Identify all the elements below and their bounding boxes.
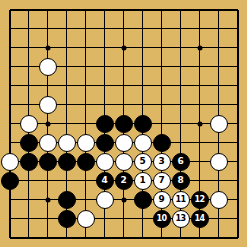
grid-line <box>104 95 105 114</box>
white-stone: 5 <box>134 153 152 171</box>
intersection[interactable] <box>190 95 209 114</box>
grid-line <box>9 19 11 38</box>
intersection[interactable] <box>114 209 133 228</box>
grid-line <box>9 228 11 238</box>
intersection[interactable] <box>171 19 190 38</box>
grid-line <box>85 190 86 209</box>
grid-line <box>66 10 67 20</box>
intersection[interactable] <box>190 152 209 171</box>
grid-line <box>10 199 20 200</box>
grid-line <box>10 218 20 219</box>
intersection[interactable] <box>76 171 95 190</box>
intersection[interactable]: 12 <box>190 190 209 209</box>
intersection[interactable] <box>95 114 114 133</box>
grid-line <box>180 228 181 238</box>
grid-line <box>199 57 200 76</box>
move-number: 13 <box>175 215 185 223</box>
grid-line <box>199 171 200 190</box>
intersection[interactable] <box>76 209 95 228</box>
intersection[interactable]: 11 <box>171 190 190 209</box>
black-stone <box>134 191 152 209</box>
intersection[interactable] <box>57 38 76 57</box>
grid-line <box>47 19 48 38</box>
intersection[interactable] <box>95 57 114 76</box>
intersection[interactable] <box>0 209 19 228</box>
white-stone <box>210 115 228 133</box>
grid-line <box>180 10 181 20</box>
grid-line <box>142 38 143 57</box>
intersection[interactable] <box>0 133 19 152</box>
intersection[interactable] <box>38 152 57 171</box>
white-stone: 3 <box>153 153 171 171</box>
white-stone <box>210 191 228 209</box>
intersection[interactable] <box>190 57 209 76</box>
grid-line <box>28 95 29 114</box>
grid-line <box>161 38 162 57</box>
intersection[interactable] <box>228 19 247 38</box>
grid-line <box>161 76 162 95</box>
intersection[interactable] <box>171 57 190 76</box>
grid-line <box>85 10 86 20</box>
grid-line <box>85 114 86 133</box>
intersection[interactable] <box>57 228 76 247</box>
intersection[interactable]: 9 <box>152 190 171 209</box>
intersection[interactable] <box>133 209 152 228</box>
black-stone <box>58 191 76 209</box>
black-stone: 10 <box>153 210 171 228</box>
grid-line <box>237 171 239 190</box>
intersection[interactable] <box>19 209 38 228</box>
star-point-icon <box>45 121 50 126</box>
intersection[interactable] <box>76 228 95 247</box>
grid-line <box>123 57 124 76</box>
star-point-icon <box>121 45 126 50</box>
intersection[interactable] <box>76 152 95 171</box>
intersection[interactable] <box>152 38 171 57</box>
intersection[interactable] <box>57 57 76 76</box>
grid-line <box>180 57 181 76</box>
grid-line <box>218 133 219 152</box>
white-stone <box>77 134 95 152</box>
intersection[interactable] <box>114 228 133 247</box>
intersection[interactable]: 7 <box>152 171 171 190</box>
grid-line <box>85 171 86 190</box>
intersection[interactable] <box>190 171 209 190</box>
intersection[interactable] <box>114 0 133 19</box>
black-stone <box>58 153 76 171</box>
white-stone: 1 <box>134 172 152 190</box>
intersection[interactable] <box>152 228 171 247</box>
white-stone <box>210 153 228 171</box>
grid-line <box>85 95 86 114</box>
intersection[interactable] <box>190 76 209 95</box>
intersection[interactable] <box>114 19 133 38</box>
grid-line <box>142 209 143 228</box>
grid-line <box>66 95 67 114</box>
grid-line <box>237 190 239 209</box>
intersection[interactable] <box>95 209 114 228</box>
intersection[interactable] <box>38 38 57 57</box>
grid-line <box>28 209 29 228</box>
intersection[interactable] <box>114 152 133 171</box>
white-stone <box>1 153 19 171</box>
grid-line <box>47 76 48 95</box>
intersection[interactable] <box>57 171 76 190</box>
intersection[interactable] <box>209 209 228 228</box>
intersection[interactable] <box>133 38 152 57</box>
black-stone <box>153 134 171 152</box>
intersection[interactable] <box>57 190 76 209</box>
intersection[interactable] <box>76 114 95 133</box>
white-stone <box>58 134 76 152</box>
intersection[interactable] <box>95 0 114 19</box>
star-point-icon <box>197 45 202 50</box>
intersection[interactable] <box>57 114 76 133</box>
intersection[interactable] <box>133 95 152 114</box>
intersection[interactable] <box>38 228 57 247</box>
intersection[interactable] <box>0 0 19 19</box>
grid-line <box>161 10 162 20</box>
black-stone: 4 <box>96 172 114 190</box>
intersection[interactable] <box>95 152 114 171</box>
intersection[interactable] <box>228 190 247 209</box>
intersection[interactable] <box>19 76 38 95</box>
intersection[interactable] <box>171 76 190 95</box>
grid-line <box>9 38 11 57</box>
grid-line <box>66 38 67 57</box>
grid-line <box>9 95 11 114</box>
grid-line <box>47 171 48 190</box>
grid-line <box>10 237 20 239</box>
intersection[interactable] <box>38 171 57 190</box>
intersection[interactable] <box>209 38 228 57</box>
grid-line <box>9 209 11 228</box>
intersection[interactable] <box>171 133 190 152</box>
grid-line <box>161 228 162 238</box>
grid-line <box>161 19 162 38</box>
grid-line <box>218 19 219 38</box>
grid-line <box>218 57 219 76</box>
move-number: 2 <box>121 176 127 185</box>
grid-line <box>66 76 67 95</box>
grid-line <box>123 95 124 114</box>
intersection[interactable] <box>190 0 209 19</box>
intersection[interactable] <box>133 228 152 247</box>
white-stone <box>20 115 38 133</box>
intersection[interactable] <box>228 0 247 19</box>
intersection[interactable] <box>76 133 95 152</box>
intersection[interactable] <box>209 133 228 152</box>
grid-line <box>237 152 239 171</box>
intersection[interactable] <box>95 38 114 57</box>
intersection[interactable] <box>114 76 133 95</box>
intersection[interactable] <box>76 19 95 38</box>
intersection[interactable] <box>57 76 76 95</box>
grid-line <box>10 85 20 86</box>
intersection[interactable] <box>76 95 95 114</box>
intersection[interactable]: 10 <box>152 209 171 228</box>
intersection[interactable] <box>19 114 38 133</box>
star-point-icon <box>121 197 126 202</box>
white-stone: 13 <box>172 210 190 228</box>
grid-line <box>9 114 11 133</box>
move-number: 10 <box>156 215 166 223</box>
intersection[interactable]: 6 <box>171 152 190 171</box>
grid-line <box>85 76 86 95</box>
intersection[interactable] <box>190 133 209 152</box>
intersection[interactable] <box>38 0 57 19</box>
intersection[interactable] <box>38 76 57 95</box>
intersection[interactable] <box>152 133 171 152</box>
intersection[interactable] <box>0 190 19 209</box>
intersection[interactable] <box>114 133 133 152</box>
intersection[interactable] <box>38 57 57 76</box>
intersection[interactable] <box>95 228 114 247</box>
intersection[interactable] <box>76 190 95 209</box>
white-stone: 7 <box>153 172 171 190</box>
intersection[interactable] <box>114 190 133 209</box>
intersection[interactable] <box>152 76 171 95</box>
intersection[interactable] <box>0 114 19 133</box>
white-stone <box>96 191 114 209</box>
grid-line <box>66 228 67 238</box>
white-stone <box>39 96 57 114</box>
intersection[interactable] <box>171 38 190 57</box>
grid-line <box>104 19 105 38</box>
intersection[interactable] <box>228 209 247 228</box>
intersection[interactable] <box>133 190 152 209</box>
intersection[interactable]: 13 <box>171 209 190 228</box>
grid-line <box>123 209 124 228</box>
grid-line <box>180 19 181 38</box>
intersection[interactable] <box>228 152 247 171</box>
grid-line <box>161 57 162 76</box>
move-number: 8 <box>178 176 184 185</box>
intersection[interactable] <box>209 76 228 95</box>
intersection[interactable] <box>228 76 247 95</box>
intersection[interactable] <box>95 95 114 114</box>
intersection[interactable]: 3 <box>152 152 171 171</box>
grid-line <box>142 76 143 95</box>
grid-line <box>10 142 20 143</box>
grid-line <box>66 57 67 76</box>
intersection[interactable] <box>57 19 76 38</box>
intersection[interactable] <box>171 0 190 19</box>
intersection[interactable] <box>19 190 38 209</box>
intersection[interactable] <box>133 57 152 76</box>
grid-line <box>85 57 86 76</box>
intersection[interactable] <box>133 133 152 152</box>
intersection[interactable] <box>76 76 95 95</box>
grid-line <box>47 209 48 228</box>
intersection[interactable] <box>228 114 247 133</box>
intersection[interactable] <box>209 19 228 38</box>
intersection[interactable] <box>152 0 171 19</box>
intersection[interactable] <box>133 0 152 19</box>
intersection[interactable] <box>95 19 114 38</box>
grid-line <box>218 38 219 57</box>
intersection[interactable] <box>19 57 38 76</box>
intersection[interactable] <box>95 133 114 152</box>
intersection[interactable] <box>0 57 19 76</box>
black-stone <box>1 172 19 190</box>
intersection[interactable] <box>133 76 152 95</box>
intersection[interactable] <box>209 171 228 190</box>
grid-line <box>237 228 239 238</box>
grid-line <box>104 209 105 228</box>
grid-line <box>237 209 239 228</box>
move-number: 14 <box>194 215 204 223</box>
intersection[interactable]: 14 <box>190 209 209 228</box>
intersection[interactable] <box>19 38 38 57</box>
intersection[interactable] <box>38 190 57 209</box>
intersection[interactable] <box>19 171 38 190</box>
intersection[interactable] <box>57 0 76 19</box>
intersection[interactable]: 8 <box>171 171 190 190</box>
intersection[interactable] <box>209 114 228 133</box>
intersection[interactable] <box>209 152 228 171</box>
intersection[interactable] <box>38 114 57 133</box>
grid-line <box>10 123 20 124</box>
white-stone <box>96 153 114 171</box>
intersection[interactable] <box>19 0 38 19</box>
intersection[interactable] <box>0 19 19 38</box>
grid-line <box>85 19 86 38</box>
black-stone <box>20 153 38 171</box>
intersection[interactable] <box>190 19 209 38</box>
intersection[interactable] <box>114 57 133 76</box>
intersection[interactable] <box>209 95 228 114</box>
intersection[interactable] <box>76 57 95 76</box>
grid-line <box>142 10 143 20</box>
intersection[interactable] <box>114 38 133 57</box>
grid-line <box>123 228 124 238</box>
move-number: 7 <box>159 176 165 185</box>
grid-line <box>142 57 143 76</box>
intersection[interactable] <box>76 0 95 19</box>
intersection[interactable] <box>228 133 247 152</box>
grid-line <box>28 228 29 238</box>
white-stone <box>134 134 152 152</box>
intersection[interactable] <box>19 228 38 247</box>
grid-line <box>199 228 200 238</box>
intersection[interactable] <box>171 95 190 114</box>
intersection[interactable] <box>95 76 114 95</box>
intersection[interactable] <box>38 19 57 38</box>
intersection[interactable] <box>152 114 171 133</box>
grid-line <box>104 38 105 57</box>
intersection[interactable] <box>57 152 76 171</box>
intersection[interactable] <box>38 95 57 114</box>
intersection[interactable]: 4 <box>95 171 114 190</box>
intersection[interactable] <box>190 228 209 247</box>
intersection[interactable] <box>209 57 228 76</box>
intersection[interactable] <box>190 114 209 133</box>
intersection[interactable] <box>19 152 38 171</box>
star-point-icon <box>45 197 50 202</box>
grid-line <box>142 95 143 114</box>
intersection[interactable] <box>133 114 152 133</box>
intersection[interactable] <box>0 228 19 247</box>
intersection[interactable] <box>133 19 152 38</box>
grid-line <box>237 19 239 38</box>
grid-line <box>10 47 20 48</box>
intersection[interactable] <box>209 228 228 247</box>
black-stone <box>39 153 57 171</box>
intersection[interactable] <box>152 57 171 76</box>
grid-line <box>85 38 86 57</box>
black-stone: 14 <box>191 210 209 228</box>
intersection[interactable] <box>19 133 38 152</box>
intersection[interactable] <box>57 95 76 114</box>
intersection[interactable] <box>19 19 38 38</box>
star-point-icon <box>197 121 202 126</box>
grid-line <box>28 57 29 76</box>
intersection[interactable] <box>228 171 247 190</box>
black-stone: 8 <box>172 172 190 190</box>
intersection[interactable] <box>114 114 133 133</box>
grid-line <box>66 114 67 133</box>
white-stone <box>39 134 57 152</box>
grid-line <box>28 76 29 95</box>
intersection[interactable] <box>0 38 19 57</box>
intersection[interactable] <box>0 152 19 171</box>
intersection[interactable] <box>228 95 247 114</box>
intersection[interactable] <box>171 114 190 133</box>
intersection[interactable] <box>19 95 38 114</box>
intersection[interactable]: 2 <box>114 171 133 190</box>
grid-line <box>9 10 11 20</box>
intersection[interactable] <box>0 95 19 114</box>
intersection[interactable] <box>57 133 76 152</box>
intersection[interactable] <box>95 190 114 209</box>
intersection[interactable] <box>38 209 57 228</box>
black-stone <box>58 210 76 228</box>
intersection[interactable] <box>38 133 57 152</box>
intersection[interactable] <box>171 228 190 247</box>
grid-line <box>180 95 181 114</box>
intersection[interactable] <box>114 95 133 114</box>
intersection[interactable] <box>0 171 19 190</box>
grid-line <box>199 19 200 38</box>
grid-line <box>237 57 239 76</box>
black-stone <box>20 134 38 152</box>
intersection[interactable]: 5 <box>133 152 152 171</box>
intersection[interactable] <box>190 38 209 57</box>
intersection[interactable] <box>0 76 19 95</box>
grid-line <box>180 114 181 133</box>
intersection[interactable] <box>152 95 171 114</box>
intersection[interactable] <box>209 190 228 209</box>
intersection[interactable] <box>152 19 171 38</box>
move-number: 1 <box>140 176 146 185</box>
grid-line <box>10 66 20 67</box>
intersection[interactable] <box>209 0 228 19</box>
intersection[interactable] <box>228 228 247 247</box>
intersection[interactable] <box>228 38 247 57</box>
grid-line <box>218 10 219 20</box>
move-number: 4 <box>102 176 108 185</box>
grid-line <box>218 228 219 238</box>
intersection[interactable] <box>76 38 95 57</box>
intersection[interactable]: 1 <box>133 171 152 190</box>
white-stone: 9 <box>153 191 171 209</box>
white-stone <box>77 210 95 228</box>
intersection[interactable] <box>57 209 76 228</box>
grid-line <box>161 95 162 114</box>
black-stone <box>77 153 95 171</box>
intersection[interactable] <box>228 57 247 76</box>
